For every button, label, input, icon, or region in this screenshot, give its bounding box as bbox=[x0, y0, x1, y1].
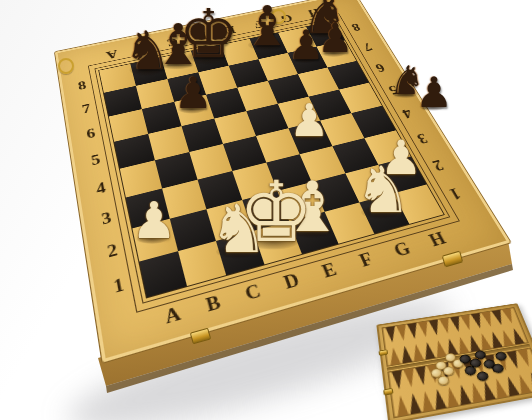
backgammon-point bbox=[466, 334, 480, 352]
backgammon-point bbox=[517, 349, 532, 368]
backgammon-point bbox=[415, 366, 429, 386]
backgammon-point bbox=[400, 345, 413, 363]
photo-scene: ABCDEFGHABCDEFGH8765432187654321 ♞♝♚♝♞♟♟… bbox=[0, 0, 532, 420]
piece-black-bishop-f8[interactable]: ♝ bbox=[243, 0, 292, 54]
rank-label-left-1: 1 bbox=[105, 272, 132, 299]
backgammon-point bbox=[481, 311, 495, 327]
backgammon-point bbox=[471, 313, 485, 329]
backgammon-point bbox=[392, 370, 405, 390]
piece-black-pawn-c6[interactable]: ♟ bbox=[174, 73, 213, 117]
piece-black-knight-b8[interactable]: ♞ bbox=[124, 26, 172, 79]
rank-label-left-2: 2 bbox=[99, 238, 125, 263]
rank-label-left-8: 8 bbox=[72, 77, 93, 94]
backgammon-point bbox=[455, 336, 469, 354]
backgammon-point bbox=[468, 382, 484, 403]
piece-white-knight-c1[interactable]: ♞ bbox=[209, 196, 269, 262]
backgammon-point bbox=[385, 326, 397, 343]
file-label-bottom-G: G bbox=[387, 237, 417, 262]
piece-white-pawn-a2[interactable]: ♟ bbox=[131, 196, 177, 247]
backgammon-point bbox=[422, 341, 435, 359]
backgammon-point bbox=[460, 315, 474, 331]
file-label-bottom-D: D bbox=[277, 268, 307, 295]
backgammon-point bbox=[407, 323, 419, 340]
backgammon-point bbox=[418, 321, 431, 338]
captured-piece-black-pawn[interactable]: ♟ bbox=[415, 72, 453, 114]
rank-label-left-4: 4 bbox=[89, 177, 113, 199]
backgammon-board bbox=[376, 303, 532, 420]
file-label-bottom-F: F bbox=[351, 247, 381, 273]
file-label-bottom-A: A bbox=[158, 301, 187, 330]
rank-label-left-7: 7 bbox=[76, 100, 98, 118]
file-label-bottom-C: C bbox=[238, 279, 268, 307]
rank-label-left-6: 6 bbox=[80, 124, 103, 143]
backgammon-point bbox=[407, 392, 421, 414]
file-label-bottom-E: E bbox=[314, 257, 344, 284]
backgammon-point bbox=[411, 343, 424, 361]
piece-white-knight-g1[interactable]: ♞ bbox=[355, 159, 412, 223]
piece-black-pawn-g7[interactable]: ♟ bbox=[288, 25, 325, 66]
corner-ring-left bbox=[58, 58, 74, 74]
backgammon-point bbox=[396, 324, 408, 341]
backgammon-point bbox=[499, 329, 514, 346]
backgammon-point bbox=[444, 386, 459, 407]
backgammon-point bbox=[456, 384, 471, 405]
piece-white-pawn-f4[interactable]: ♟ bbox=[289, 98, 329, 143]
backgammon-point bbox=[420, 390, 435, 412]
rank-label-left-3: 3 bbox=[94, 207, 119, 231]
backgammon-point bbox=[395, 395, 409, 417]
rank-label-left-5: 5 bbox=[84, 150, 107, 171]
backgammon-point bbox=[439, 318, 452, 335]
backgammon-point bbox=[388, 347, 400, 366]
backgammon-point bbox=[429, 319, 442, 336]
backgammon-point bbox=[432, 388, 447, 410]
backgammon-point bbox=[480, 380, 496, 401]
backgammon-point bbox=[502, 308, 517, 324]
backgammon-point bbox=[488, 331, 503, 348]
backgammon-point bbox=[491, 378, 507, 399]
file-label-bottom-H: H bbox=[422, 227, 453, 252]
file-label-bottom-B: B bbox=[199, 290, 228, 318]
backgammon-point bbox=[477, 333, 492, 351]
backgammon-point bbox=[450, 316, 463, 332]
backgammon-point bbox=[403, 368, 416, 388]
